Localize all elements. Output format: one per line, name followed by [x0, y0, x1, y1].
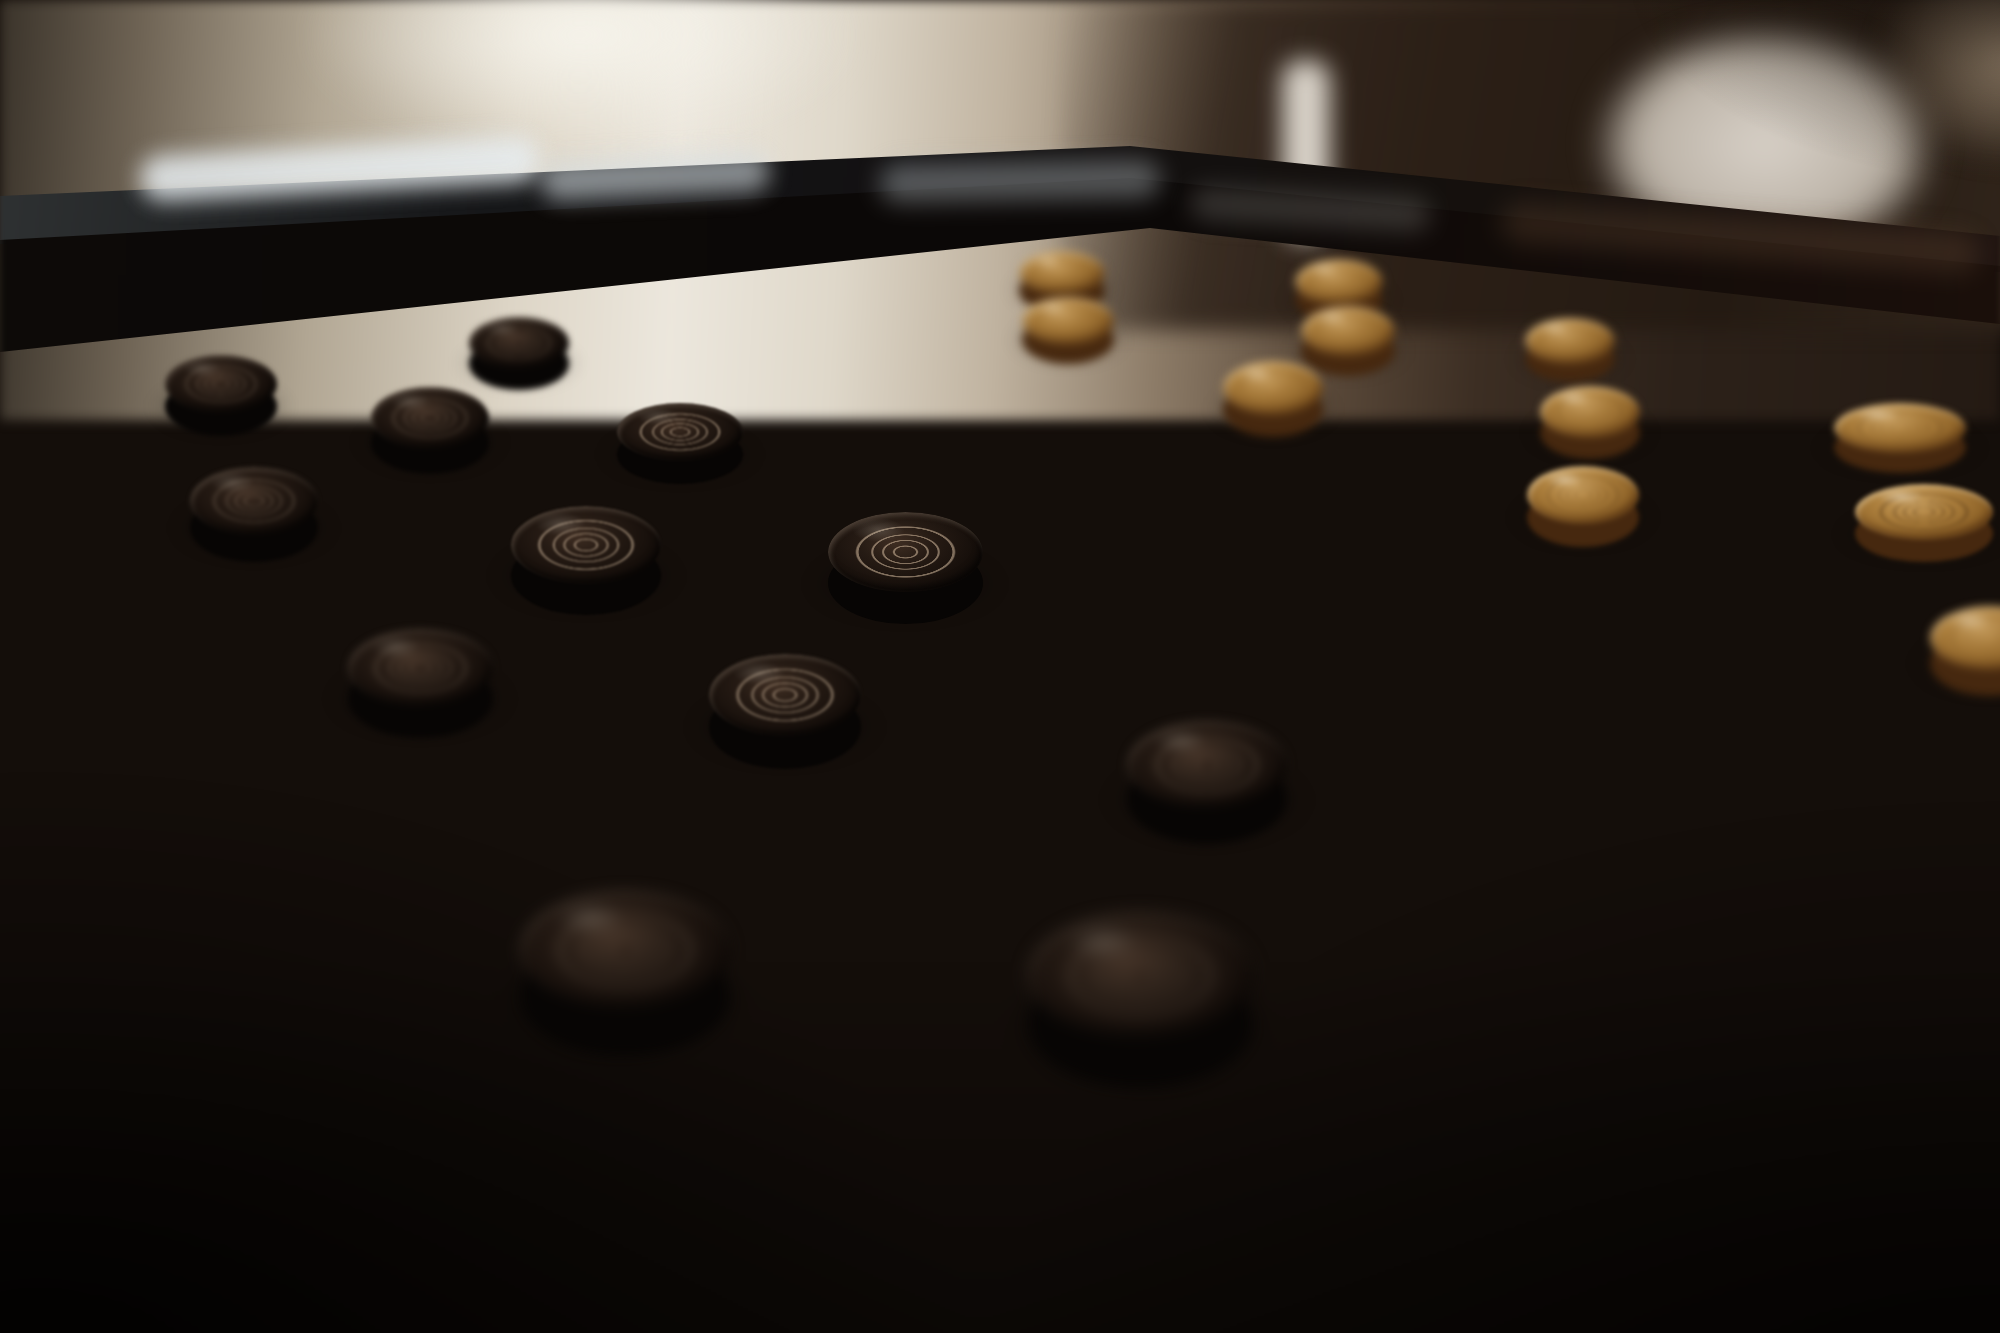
piece-specular-highlight	[1239, 365, 1273, 381]
frame-highlight-streak	[880, 160, 1161, 203]
piece-top-face	[1127, 721, 1287, 809]
piece-specular-highlight	[1316, 310, 1348, 325]
piece-specular-highlight	[183, 360, 221, 377]
photo-stage	[0, 0, 2000, 1333]
dark-piece-d7	[828, 512, 983, 640]
piece-top-face	[165, 355, 277, 413]
dark-piece-d4	[617, 403, 743, 496]
piece-top-face	[1028, 913, 1253, 1038]
light-piece-w6	[1223, 361, 1323, 447]
piece-top-face	[1223, 361, 1323, 415]
dark-piece-d1	[165, 355, 277, 448]
square-c0r4-red	[5, 887, 214, 1064]
light-piece-w9	[1834, 403, 1966, 483]
square-c7r3-red	[1937, 889, 2000, 1181]
piece-top-face	[469, 317, 569, 369]
piece-top-face	[1540, 386, 1640, 438]
dark-piece-d9	[709, 654, 861, 785]
piece-specular-highlight	[1545, 471, 1583, 488]
piece-specular-highlight	[733, 661, 785, 686]
piece-top-face	[1834, 403, 1966, 453]
piece-top-face	[617, 403, 743, 461]
square-c3r6-dark	[558, 1321, 849, 1333]
piece-specular-highlight	[1064, 923, 1141, 961]
piece-specular-highlight	[1033, 255, 1062, 268]
piece-top-face	[190, 467, 318, 535]
dark-piece-d8	[348, 629, 493, 754]
piece-top-face	[1295, 259, 1383, 305]
light-piece-w8	[1527, 466, 1639, 559]
piece-top-face	[1527, 466, 1639, 524]
square-c2r5-dark	[356, 1099, 613, 1321]
piece-top-face	[520, 891, 730, 1009]
piece-specular-highlight	[637, 408, 680, 425]
square-c6r4-red	[1521, 1072, 1937, 1333]
light-piece-w3	[1022, 297, 1114, 374]
piece-specular-highlight	[1556, 390, 1590, 406]
light-piece-w7	[1540, 386, 1640, 469]
light-piece-w11	[1930, 606, 2000, 708]
piece-specular-highlight	[1037, 301, 1068, 315]
piece-top-face	[511, 506, 661, 584]
square-c0r6-red	[0, 1185, 153, 1333]
square-c0r5-dark	[0, 1034, 184, 1225]
dark-piece-d5	[190, 467, 318, 576]
square-c7r4-dark	[1932, 1121, 2000, 1333]
square-c1r3-red	[214, 759, 441, 934]
dark-piece-d11	[520, 891, 730, 1080]
square-c1r6-dark	[122, 1225, 356, 1333]
piece-specular-highlight	[1855, 407, 1900, 422]
piece-top-face	[709, 654, 861, 736]
square-c2r6-red	[326, 1270, 586, 1333]
piece-top-face	[1855, 484, 1993, 540]
piece-specular-highlight	[485, 321, 519, 337]
dark-piece-d10	[1127, 721, 1287, 862]
piece-specular-highlight	[390, 392, 430, 411]
square-c6r2-red	[1547, 654, 1946, 889]
square-c5r1-red	[1227, 458, 1570, 654]
square-c5r5-red	[1153, 1235, 1521, 1333]
square-c4r1-dark	[940, 461, 1244, 643]
piece-top-face	[1019, 251, 1105, 295]
light-piece-w10	[1855, 484, 1993, 574]
piece-top-face	[1525, 318, 1615, 364]
light-piece-w5	[1525, 318, 1615, 392]
square-c1r4-dark	[184, 909, 414, 1099]
piece-specular-highlight	[554, 900, 625, 935]
square-c1r5-red	[153, 1065, 385, 1270]
piece-top-face	[1022, 297, 1114, 345]
square-c0r2-red	[65, 607, 270, 759]
square-c0r3-dark	[36, 745, 243, 909]
piece-top-face	[1301, 306, 1395, 356]
square-c3r5-red	[586, 1138, 873, 1333]
piece-specular-highlight	[535, 512, 586, 535]
square-c6r3-dark	[1534, 859, 1941, 1122]
dark-piece-d12	[1028, 913, 1253, 1113]
square-c6r5-dark	[1507, 1294, 1932, 1333]
piece-top-face	[348, 629, 493, 707]
piece-specular-highlight	[371, 635, 420, 658]
square-c4r5-dark	[849, 1183, 1173, 1333]
dark-piece-d6	[511, 506, 661, 631]
piece-specular-highlight	[210, 472, 254, 492]
piece-top-face	[371, 387, 489, 449]
dark-piece-d3	[371, 387, 489, 486]
piece-top-face	[828, 512, 983, 592]
